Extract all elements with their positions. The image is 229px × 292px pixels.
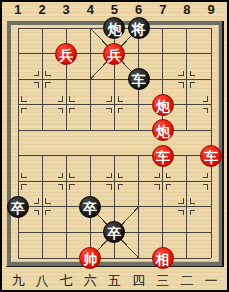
piece-red-pawn[interactable]: 兵 bbox=[103, 43, 125, 65]
piece-black-chariot[interactable]: 车 bbox=[128, 68, 150, 90]
piece-black-general[interactable]: 将 bbox=[128, 17, 150, 39]
file-label-bottom-3: 七 bbox=[54, 272, 78, 290]
file-label-bottom-9: 一 bbox=[199, 272, 223, 290]
piece-black-cannon[interactable]: 炮 bbox=[103, 17, 125, 39]
piece-red-elephant[interactable]: 相 bbox=[152, 247, 174, 269]
piece-black-pawn[interactable]: 卒 bbox=[103, 221, 125, 243]
piece-red-cannon[interactable]: 炮 bbox=[152, 94, 174, 116]
xiangqi-board[interactable]: 炮将兵兵车炮炮车车卒卒卒帅相 bbox=[6, 15, 223, 271]
piece-black-pawn[interactable]: 卒 bbox=[79, 196, 101, 218]
xiangqi-board-window: 123456789 bbox=[0, 0, 229, 292]
file-label-bottom-5: 五 bbox=[102, 272, 126, 290]
file-label-bottom-6: 四 bbox=[127, 272, 151, 290]
file-label-bottom-8: 二 bbox=[175, 272, 199, 290]
piece-red-cannon[interactable]: 炮 bbox=[152, 119, 174, 141]
file-label-bottom-2: 八 bbox=[30, 272, 54, 290]
piece-red-pawn[interactable]: 兵 bbox=[55, 43, 77, 65]
file-labels-bottom: 九八七六五四三二一 bbox=[6, 272, 223, 290]
piece-red-general[interactable]: 帅 bbox=[79, 247, 101, 269]
piece-red-chariot[interactable]: 车 bbox=[152, 145, 174, 167]
piece-black-pawn[interactable]: 卒 bbox=[7, 196, 29, 218]
file-label-bottom-7: 三 bbox=[151, 272, 175, 290]
file-label-bottom-4: 六 bbox=[78, 272, 102, 290]
file-label-bottom-1: 九 bbox=[6, 272, 30, 290]
piece-red-chariot[interactable]: 车 bbox=[200, 145, 222, 167]
